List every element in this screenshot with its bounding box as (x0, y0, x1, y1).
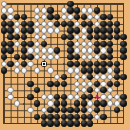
board-point[interactable] (74, 27, 81, 34)
board-point[interactable] (47, 14, 54, 21)
board-point[interactable] (107, 1, 114, 8)
board-point[interactable] (1, 80, 8, 87)
board-point[interactable] (54, 74, 61, 81)
board-point[interactable] (1, 107, 8, 114)
board-point[interactable] (1, 87, 8, 94)
board-point[interactable] (34, 87, 41, 94)
board-point[interactable] (7, 1, 14, 8)
board-point[interactable] (120, 94, 127, 101)
board-point[interactable] (67, 114, 74, 121)
board-point[interactable] (74, 1, 81, 8)
board-point[interactable] (120, 87, 127, 94)
board-point[interactable] (47, 100, 54, 107)
board-point[interactable] (114, 80, 121, 87)
board-point[interactable] (7, 114, 14, 121)
board-point[interactable] (74, 87, 81, 94)
board-point[interactable] (21, 67, 28, 74)
board-point[interactable] (107, 60, 114, 67)
board-point[interactable] (60, 47, 67, 54)
board-point[interactable] (107, 54, 114, 61)
board-point[interactable] (27, 120, 34, 127)
board-point[interactable] (67, 74, 74, 81)
board-point[interactable] (54, 21, 61, 28)
board-point[interactable] (120, 14, 127, 21)
board-point[interactable] (1, 7, 8, 14)
board-point[interactable] (41, 41, 48, 48)
board-point[interactable] (34, 107, 41, 114)
board-point[interactable] (41, 67, 48, 74)
board-point[interactable] (120, 47, 127, 54)
board-point[interactable] (41, 107, 48, 114)
board-point[interactable] (114, 47, 121, 54)
board-point[interactable] (87, 67, 94, 74)
board-point[interactable] (7, 60, 14, 67)
board-point[interactable] (120, 60, 127, 67)
board-point[interactable] (34, 100, 41, 107)
board-point[interactable] (27, 47, 34, 54)
board-point[interactable] (41, 60, 48, 67)
board-point[interactable] (67, 94, 74, 101)
board-point[interactable] (47, 114, 54, 121)
board-point[interactable] (120, 54, 127, 61)
board-point[interactable] (94, 80, 101, 87)
board-point[interactable] (87, 107, 94, 114)
board-point[interactable] (60, 27, 67, 34)
board-point[interactable] (1, 114, 8, 121)
board-point[interactable] (60, 7, 67, 14)
board-point[interactable] (1, 41, 8, 48)
board-point[interactable] (41, 7, 48, 14)
board-point[interactable] (80, 1, 87, 8)
board-point[interactable] (87, 120, 94, 127)
board-point[interactable] (94, 114, 101, 121)
board-point[interactable] (74, 47, 81, 54)
board-point[interactable] (7, 94, 14, 101)
board-point[interactable] (1, 14, 8, 21)
board-point[interactable] (100, 87, 107, 94)
board-point[interactable] (100, 80, 107, 87)
board-point[interactable] (60, 80, 67, 87)
board-point[interactable] (34, 41, 41, 48)
board-point[interactable] (27, 27, 34, 34)
board-point[interactable] (74, 21, 81, 28)
board-point[interactable] (107, 94, 114, 101)
board-point[interactable] (34, 120, 41, 127)
board-point[interactable] (54, 41, 61, 48)
board-point[interactable] (47, 80, 54, 87)
board-point[interactable] (74, 100, 81, 107)
board-point[interactable] (107, 7, 114, 14)
board-point[interactable] (94, 47, 101, 54)
board-point[interactable] (120, 100, 127, 107)
board-point[interactable] (107, 27, 114, 34)
board-point[interactable] (67, 41, 74, 48)
board-point[interactable] (54, 94, 61, 101)
board-point[interactable] (114, 87, 121, 94)
board-point[interactable] (34, 80, 41, 87)
board-point[interactable] (41, 54, 48, 61)
board-point[interactable] (47, 41, 54, 48)
board-point[interactable] (14, 47, 21, 54)
board-point[interactable] (21, 114, 28, 121)
board-point[interactable] (87, 34, 94, 41)
board-point[interactable] (80, 7, 87, 14)
board-point[interactable] (80, 14, 87, 21)
board-point[interactable] (60, 100, 67, 107)
board-point[interactable] (27, 100, 34, 107)
board-point[interactable] (100, 34, 107, 41)
board-point[interactable] (1, 21, 8, 28)
board-point[interactable] (74, 41, 81, 48)
board-point[interactable] (21, 107, 28, 114)
board-point[interactable] (100, 74, 107, 81)
board-point[interactable] (14, 87, 21, 94)
board-point[interactable] (41, 114, 48, 121)
board-point[interactable] (107, 74, 114, 81)
board-point[interactable] (100, 7, 107, 14)
board-point[interactable] (60, 67, 67, 74)
board-point[interactable] (60, 54, 67, 61)
board-point[interactable] (21, 80, 28, 87)
board-point[interactable] (1, 27, 8, 34)
board-point[interactable] (60, 1, 67, 8)
board-point[interactable] (41, 21, 48, 28)
board-point[interactable] (7, 100, 14, 107)
board-point[interactable] (21, 34, 28, 41)
board-point[interactable] (107, 14, 114, 21)
board-point[interactable] (120, 27, 127, 34)
board-point[interactable] (21, 60, 28, 67)
board-point[interactable] (67, 67, 74, 74)
board-point[interactable] (94, 120, 101, 127)
board-point[interactable] (87, 47, 94, 54)
board-point[interactable] (94, 54, 101, 61)
board-point[interactable] (80, 87, 87, 94)
board-point[interactable] (47, 60, 54, 67)
board-point[interactable] (100, 41, 107, 48)
board-point[interactable] (74, 107, 81, 114)
board-point[interactable] (60, 94, 67, 101)
board-point[interactable] (47, 107, 54, 114)
board-point[interactable] (41, 87, 48, 94)
board-point[interactable] (114, 41, 121, 48)
board-point[interactable] (67, 21, 74, 28)
board-point[interactable] (1, 1, 8, 8)
board-point[interactable] (34, 21, 41, 28)
board-point[interactable] (14, 21, 21, 28)
board-point[interactable] (87, 100, 94, 107)
board-point[interactable] (34, 114, 41, 121)
board-point[interactable] (47, 7, 54, 14)
board-point[interactable] (94, 41, 101, 48)
board-point[interactable] (114, 60, 121, 67)
board-point[interactable] (7, 74, 14, 81)
board-point[interactable] (114, 67, 121, 74)
board-point[interactable] (87, 114, 94, 121)
go-board[interactable]: A (0, 0, 130, 130)
board-point[interactable] (67, 47, 74, 54)
board-point[interactable] (120, 34, 127, 41)
board-point[interactable] (74, 54, 81, 61)
board-point[interactable] (80, 67, 87, 74)
board-point[interactable] (27, 34, 34, 41)
board-point[interactable] (14, 41, 21, 48)
board-point[interactable] (34, 54, 41, 61)
board-point[interactable] (80, 114, 87, 121)
board-point[interactable] (107, 120, 114, 127)
board-point[interactable] (107, 21, 114, 28)
board-point[interactable] (47, 21, 54, 28)
board-point[interactable] (114, 94, 121, 101)
board-point[interactable] (74, 80, 81, 87)
board-point[interactable] (94, 100, 101, 107)
board-point[interactable] (114, 107, 121, 114)
board-point[interactable] (100, 54, 107, 61)
board-point[interactable] (87, 27, 94, 34)
board-point[interactable] (100, 114, 107, 121)
board-point[interactable] (54, 120, 61, 127)
board-point[interactable] (87, 60, 94, 67)
board-point[interactable] (1, 94, 8, 101)
board-point[interactable] (14, 54, 21, 61)
board-point[interactable] (27, 14, 34, 21)
board-point[interactable] (34, 1, 41, 8)
board-point[interactable] (21, 87, 28, 94)
board-point[interactable] (7, 7, 14, 14)
board-point[interactable] (114, 21, 121, 28)
board-point[interactable] (1, 67, 8, 74)
board-point[interactable] (27, 60, 34, 67)
board-point[interactable] (27, 67, 34, 74)
board-point[interactable] (34, 67, 41, 74)
board-point[interactable] (94, 34, 101, 41)
board-point[interactable] (67, 1, 74, 8)
board-point[interactable] (47, 47, 54, 54)
board-point[interactable] (60, 14, 67, 21)
board-point[interactable] (34, 94, 41, 101)
board-point[interactable] (41, 74, 48, 81)
board-point[interactable] (14, 14, 21, 21)
board-point[interactable] (41, 34, 48, 41)
board-point[interactable] (21, 27, 28, 34)
board-point[interactable] (21, 100, 28, 107)
board-point[interactable] (60, 41, 67, 48)
board-point[interactable] (114, 114, 121, 121)
board-point[interactable] (27, 80, 34, 87)
board-point[interactable] (1, 60, 8, 67)
board-point[interactable] (94, 21, 101, 28)
board-point[interactable] (107, 114, 114, 121)
board-point[interactable] (54, 114, 61, 121)
board-point[interactable] (21, 1, 28, 8)
board-point[interactable] (67, 60, 74, 67)
board-point[interactable] (14, 107, 21, 114)
board-point[interactable] (41, 1, 48, 8)
board-point[interactable] (87, 14, 94, 21)
board-point[interactable] (7, 27, 14, 34)
board-point[interactable] (94, 74, 101, 81)
board-point[interactable] (54, 87, 61, 94)
board-point[interactable] (114, 74, 121, 81)
board-point[interactable] (80, 94, 87, 101)
board-point[interactable] (54, 60, 61, 67)
board-point[interactable] (67, 27, 74, 34)
board-point[interactable]: A (94, 94, 101, 101)
board-point[interactable] (60, 87, 67, 94)
board-point[interactable] (120, 1, 127, 8)
board-point[interactable] (1, 47, 8, 54)
board-point[interactable] (107, 100, 114, 107)
board-point[interactable] (80, 27, 87, 34)
board-point[interactable] (80, 120, 87, 127)
board-point[interactable] (87, 1, 94, 8)
board-point[interactable] (74, 74, 81, 81)
board-point[interactable] (1, 100, 8, 107)
board-point[interactable] (54, 1, 61, 8)
board-point[interactable] (41, 120, 48, 127)
board-point[interactable] (120, 74, 127, 81)
board-point[interactable] (7, 14, 14, 21)
board-point[interactable] (120, 114, 127, 121)
board-point[interactable] (60, 74, 67, 81)
board-point[interactable] (54, 67, 61, 74)
board-point[interactable] (94, 1, 101, 8)
board-point[interactable] (87, 41, 94, 48)
board-point[interactable] (7, 107, 14, 114)
board-point[interactable] (67, 120, 74, 127)
board-point[interactable] (34, 74, 41, 81)
board-point[interactable] (27, 21, 34, 28)
board-point[interactable] (27, 1, 34, 8)
board-point[interactable] (21, 94, 28, 101)
board-point[interactable] (107, 87, 114, 94)
board-point[interactable] (94, 14, 101, 21)
board-point[interactable] (60, 114, 67, 121)
board-point[interactable] (87, 94, 94, 101)
board-point[interactable] (34, 27, 41, 34)
board-point[interactable] (47, 27, 54, 34)
board-point[interactable] (7, 47, 14, 54)
board-point[interactable] (94, 7, 101, 14)
board-point[interactable] (94, 27, 101, 34)
board-point[interactable] (87, 87, 94, 94)
board-point[interactable] (60, 107, 67, 114)
board-point[interactable] (27, 7, 34, 14)
board-point[interactable] (100, 67, 107, 74)
board-point[interactable] (54, 107, 61, 114)
board-point[interactable] (74, 67, 81, 74)
board-point[interactable] (1, 120, 8, 127)
board-point[interactable] (87, 74, 94, 81)
board-point[interactable] (54, 14, 61, 21)
board-point[interactable] (87, 7, 94, 14)
board-point[interactable] (74, 7, 81, 14)
board-point[interactable] (74, 114, 81, 121)
board-point[interactable] (14, 60, 21, 67)
board-point[interactable] (27, 94, 34, 101)
board-point[interactable] (7, 67, 14, 74)
board-point[interactable] (14, 80, 21, 87)
board-point[interactable] (120, 80, 127, 87)
board-point[interactable] (7, 54, 14, 61)
board-point[interactable] (114, 1, 121, 8)
board-point[interactable] (34, 34, 41, 41)
board-point[interactable] (67, 14, 74, 21)
board-point[interactable] (107, 67, 114, 74)
board-point[interactable] (21, 14, 28, 21)
board-point[interactable] (114, 100, 121, 107)
board-point[interactable] (100, 21, 107, 28)
board-point[interactable] (1, 54, 8, 61)
board-point[interactable] (107, 47, 114, 54)
board-point[interactable] (74, 14, 81, 21)
board-point[interactable] (7, 34, 14, 41)
board-point[interactable] (27, 74, 34, 81)
board-point[interactable] (114, 120, 121, 127)
board-point[interactable] (100, 14, 107, 21)
board-point[interactable] (41, 94, 48, 101)
board-point[interactable] (100, 27, 107, 34)
board-point[interactable] (94, 107, 101, 114)
board-point[interactable] (60, 120, 67, 127)
board-point[interactable] (14, 1, 21, 8)
board-point[interactable] (7, 41, 14, 48)
board-point[interactable] (80, 21, 87, 28)
board-point[interactable] (21, 21, 28, 28)
board-point[interactable] (21, 54, 28, 61)
board-point[interactable] (54, 34, 61, 41)
board-point[interactable] (67, 7, 74, 14)
board-point[interactable] (80, 100, 87, 107)
board-point[interactable] (100, 47, 107, 54)
board-point[interactable] (7, 80, 14, 87)
board-point[interactable] (100, 107, 107, 114)
board-point[interactable] (47, 120, 54, 127)
board-point[interactable] (34, 60, 41, 67)
board-point[interactable] (27, 107, 34, 114)
board-point[interactable] (114, 14, 121, 21)
board-point[interactable] (67, 34, 74, 41)
board-point[interactable] (21, 74, 28, 81)
board-point[interactable] (67, 100, 74, 107)
board-point[interactable] (87, 54, 94, 61)
board-point[interactable] (14, 34, 21, 41)
board-point[interactable] (7, 120, 14, 127)
board-point[interactable] (100, 1, 107, 8)
board-point[interactable] (94, 67, 101, 74)
board-point[interactable] (87, 80, 94, 87)
board-point[interactable] (7, 87, 14, 94)
board-point[interactable] (100, 120, 107, 127)
board-point[interactable] (67, 87, 74, 94)
board-point[interactable] (60, 60, 67, 67)
board-point[interactable] (67, 80, 74, 87)
board-point[interactable] (74, 120, 81, 127)
board-point[interactable] (14, 100, 21, 107)
board-point[interactable] (27, 114, 34, 121)
board-point[interactable] (41, 27, 48, 34)
board-point[interactable] (80, 41, 87, 48)
board-point[interactable] (7, 21, 14, 28)
board-point[interactable] (54, 80, 61, 87)
board-point[interactable] (80, 54, 87, 61)
board-point[interactable] (120, 120, 127, 127)
board-point[interactable] (74, 60, 81, 67)
board-point[interactable] (41, 14, 48, 21)
board-point[interactable] (67, 107, 74, 114)
board-point[interactable] (14, 94, 21, 101)
board-point[interactable] (100, 100, 107, 107)
